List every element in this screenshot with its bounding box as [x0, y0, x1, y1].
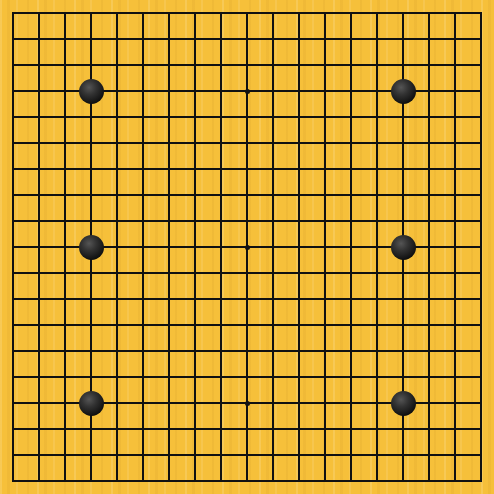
board-point[interactable] [130, 364, 156, 390]
board-point[interactable] [130, 208, 156, 234]
board-point[interactable] [260, 312, 286, 338]
board-point[interactable] [234, 52, 260, 78]
board-point[interactable] [104, 416, 130, 442]
board-point[interactable] [312, 182, 338, 208]
board-point[interactable] [156, 364, 182, 390]
board-point[interactable] [312, 364, 338, 390]
board-point[interactable] [390, 416, 416, 442]
board-point[interactable] [390, 156, 416, 182]
board-point[interactable] [156, 312, 182, 338]
board-point[interactable] [416, 442, 442, 468]
board-point[interactable] [208, 364, 234, 390]
board-point[interactable] [286, 130, 312, 156]
board-point[interactable] [234, 208, 260, 234]
board-point[interactable] [52, 468, 78, 494]
board-point[interactable] [286, 364, 312, 390]
board-point[interactable] [182, 338, 208, 364]
board-point[interactable] [52, 338, 78, 364]
board-point[interactable] [260, 0, 286, 26]
board-point[interactable] [260, 468, 286, 494]
board-point[interactable] [182, 0, 208, 26]
board-point[interactable] [52, 208, 78, 234]
board-point[interactable] [156, 442, 182, 468]
board-point[interactable] [416, 312, 442, 338]
board-point[interactable] [338, 104, 364, 130]
board-point[interactable] [78, 286, 104, 312]
board-point[interactable] [182, 208, 208, 234]
board-point[interactable] [364, 312, 390, 338]
board-point[interactable] [364, 390, 390, 416]
board-point[interactable] [182, 416, 208, 442]
board-point[interactable] [468, 52, 494, 78]
board-point[interactable] [260, 26, 286, 52]
board-point[interactable] [442, 286, 468, 312]
board-point[interactable] [26, 442, 52, 468]
board-point[interactable] [234, 78, 260, 104]
board-point[interactable] [260, 442, 286, 468]
board-point[interactable] [260, 104, 286, 130]
board-point[interactable] [208, 390, 234, 416]
board-point[interactable] [104, 312, 130, 338]
board-point[interactable] [130, 286, 156, 312]
board-point[interactable] [208, 338, 234, 364]
board-point[interactable] [208, 442, 234, 468]
board-point[interactable] [208, 156, 234, 182]
board-point[interactable] [364, 442, 390, 468]
board-point[interactable] [286, 208, 312, 234]
board-point[interactable] [364, 130, 390, 156]
board-point[interactable] [182, 234, 208, 260]
board-point[interactable] [260, 78, 286, 104]
board-point[interactable] [156, 338, 182, 364]
board-point[interactable] [390, 182, 416, 208]
board-point[interactable] [442, 442, 468, 468]
board-point[interactable] [468, 104, 494, 130]
board-point[interactable] [104, 156, 130, 182]
board-point[interactable] [52, 390, 78, 416]
board-point[interactable] [390, 390, 416, 416]
board-point[interactable] [234, 286, 260, 312]
board-point[interactable] [26, 52, 52, 78]
board-point[interactable] [260, 182, 286, 208]
board-point[interactable] [286, 338, 312, 364]
board-point[interactable] [468, 26, 494, 52]
board-point[interactable] [156, 156, 182, 182]
board-point[interactable] [442, 0, 468, 26]
board-point[interactable] [312, 104, 338, 130]
board-point[interactable] [78, 52, 104, 78]
board-point[interactable] [52, 52, 78, 78]
board-point[interactable] [390, 442, 416, 468]
board-point[interactable] [208, 234, 234, 260]
board-point[interactable] [78, 338, 104, 364]
board-point[interactable] [78, 234, 104, 260]
board-point[interactable] [0, 364, 26, 390]
board-point[interactable] [52, 260, 78, 286]
board-point[interactable] [26, 156, 52, 182]
board-point[interactable] [182, 78, 208, 104]
board-point[interactable] [234, 312, 260, 338]
board-point[interactable] [390, 26, 416, 52]
board-point[interactable] [416, 52, 442, 78]
board-point[interactable] [312, 390, 338, 416]
board-point[interactable] [416, 364, 442, 390]
board-point[interactable] [442, 468, 468, 494]
board-point[interactable] [78, 78, 104, 104]
board-point[interactable] [286, 390, 312, 416]
board-point[interactable] [364, 156, 390, 182]
board-point[interactable] [0, 130, 26, 156]
board-point[interactable] [104, 234, 130, 260]
board-point[interactable] [442, 130, 468, 156]
board-point[interactable] [0, 468, 26, 494]
board-point[interactable] [286, 156, 312, 182]
board-point[interactable] [234, 130, 260, 156]
board-point[interactable] [390, 208, 416, 234]
board-point[interactable] [286, 260, 312, 286]
board-point[interactable] [442, 338, 468, 364]
board-point[interactable] [338, 130, 364, 156]
board-point[interactable] [234, 416, 260, 442]
board-point[interactable] [312, 156, 338, 182]
board-point[interactable] [52, 182, 78, 208]
board-point[interactable] [338, 182, 364, 208]
board-point[interactable] [338, 286, 364, 312]
board-point[interactable] [312, 26, 338, 52]
board-point[interactable] [338, 468, 364, 494]
board-point[interactable] [468, 416, 494, 442]
board-point[interactable] [182, 130, 208, 156]
board-point[interactable] [338, 442, 364, 468]
board-point[interactable] [286, 78, 312, 104]
board-point[interactable] [104, 78, 130, 104]
board-point[interactable] [104, 52, 130, 78]
board-point[interactable] [26, 390, 52, 416]
board-point[interactable] [78, 260, 104, 286]
board-point[interactable] [364, 26, 390, 52]
board-point[interactable] [442, 104, 468, 130]
board-point[interactable] [156, 52, 182, 78]
board-point[interactable] [390, 130, 416, 156]
board-point[interactable] [182, 52, 208, 78]
board-point[interactable] [260, 156, 286, 182]
board-point[interactable] [390, 234, 416, 260]
board-point[interactable] [156, 26, 182, 52]
board-point[interactable] [208, 104, 234, 130]
board-point[interactable] [130, 312, 156, 338]
board-point[interactable] [130, 104, 156, 130]
board-point[interactable] [78, 0, 104, 26]
board-point[interactable] [286, 26, 312, 52]
board-point[interactable] [364, 182, 390, 208]
board-point[interactable] [234, 260, 260, 286]
board-point[interactable] [104, 364, 130, 390]
board-point[interactable] [156, 208, 182, 234]
board-point[interactable] [182, 182, 208, 208]
board-point[interactable] [130, 182, 156, 208]
board-point[interactable] [286, 182, 312, 208]
board-point[interactable] [78, 442, 104, 468]
board-point[interactable] [286, 416, 312, 442]
board-point[interactable] [312, 286, 338, 312]
board-point[interactable] [468, 468, 494, 494]
board-point[interactable] [26, 182, 52, 208]
board-point[interactable] [416, 416, 442, 442]
board-point[interactable] [26, 78, 52, 104]
board-point[interactable] [442, 364, 468, 390]
board-point[interactable] [0, 416, 26, 442]
board-point[interactable] [364, 208, 390, 234]
board-point[interactable] [78, 416, 104, 442]
board-point[interactable] [390, 0, 416, 26]
board-point[interactable] [260, 234, 286, 260]
board-point[interactable] [78, 364, 104, 390]
board-point[interactable] [0, 260, 26, 286]
board-point[interactable] [52, 364, 78, 390]
board-point[interactable] [104, 104, 130, 130]
board-point[interactable] [260, 52, 286, 78]
board-point[interactable] [156, 130, 182, 156]
board-point[interactable] [442, 182, 468, 208]
board-point[interactable] [130, 468, 156, 494]
board-point[interactable] [468, 156, 494, 182]
board-point[interactable] [364, 338, 390, 364]
board-point[interactable] [78, 468, 104, 494]
board-point[interactable] [104, 260, 130, 286]
board-point[interactable] [338, 390, 364, 416]
board-point[interactable] [260, 364, 286, 390]
board-point[interactable] [416, 130, 442, 156]
board-point[interactable] [468, 442, 494, 468]
board-point[interactable] [286, 104, 312, 130]
board-point[interactable] [156, 286, 182, 312]
board-point[interactable] [234, 364, 260, 390]
board-point[interactable] [338, 416, 364, 442]
board-point[interactable] [52, 104, 78, 130]
board-point[interactable] [52, 312, 78, 338]
board-point[interactable] [442, 52, 468, 78]
board-point[interactable] [416, 234, 442, 260]
board-point[interactable] [26, 468, 52, 494]
board-point[interactable] [26, 0, 52, 26]
board-point[interactable] [234, 182, 260, 208]
board-point[interactable] [312, 52, 338, 78]
board-point[interactable] [468, 182, 494, 208]
board-point[interactable] [234, 0, 260, 26]
board-point[interactable] [260, 390, 286, 416]
board-point[interactable] [312, 468, 338, 494]
board-point[interactable] [286, 0, 312, 26]
board-point[interactable] [416, 390, 442, 416]
board-point[interactable] [390, 104, 416, 130]
board-point[interactable] [260, 416, 286, 442]
board-point[interactable] [234, 234, 260, 260]
board-point[interactable] [26, 416, 52, 442]
board-point[interactable] [312, 234, 338, 260]
board-point[interactable] [182, 260, 208, 286]
board-point[interactable] [208, 468, 234, 494]
board-point[interactable] [234, 104, 260, 130]
board-point[interactable] [364, 78, 390, 104]
board-point[interactable] [416, 26, 442, 52]
board-point[interactable] [208, 208, 234, 234]
board-point[interactable] [208, 260, 234, 286]
board-point[interactable] [416, 182, 442, 208]
board-point[interactable] [156, 0, 182, 26]
board-point[interactable] [0, 52, 26, 78]
board-point[interactable] [416, 0, 442, 26]
board-point[interactable] [0, 234, 26, 260]
board-point[interactable] [338, 0, 364, 26]
board-point[interactable] [104, 286, 130, 312]
board-point[interactable] [104, 442, 130, 468]
board-point[interactable] [468, 338, 494, 364]
board-point[interactable] [260, 286, 286, 312]
board-point[interactable] [52, 0, 78, 26]
board-point[interactable] [364, 260, 390, 286]
board-point[interactable] [442, 312, 468, 338]
board-point[interactable] [52, 78, 78, 104]
board-point[interactable] [468, 234, 494, 260]
board-point[interactable] [26, 312, 52, 338]
board-point[interactable] [208, 78, 234, 104]
board-point[interactable] [286, 234, 312, 260]
board-point[interactable] [78, 390, 104, 416]
board-point[interactable] [182, 468, 208, 494]
board-point[interactable] [442, 260, 468, 286]
board-point[interactable] [234, 468, 260, 494]
board-point[interactable] [208, 0, 234, 26]
board-point[interactable] [156, 234, 182, 260]
board-point[interactable] [312, 442, 338, 468]
board-point[interactable] [338, 364, 364, 390]
board-point[interactable] [468, 260, 494, 286]
board-point[interactable] [416, 104, 442, 130]
board-point[interactable] [286, 442, 312, 468]
board-point[interactable] [104, 26, 130, 52]
board-point[interactable] [130, 78, 156, 104]
board-point[interactable] [442, 390, 468, 416]
board-point[interactable] [286, 468, 312, 494]
board-point[interactable] [312, 260, 338, 286]
board-point[interactable] [130, 0, 156, 26]
board-point[interactable] [338, 26, 364, 52]
board-point[interactable] [364, 234, 390, 260]
board-point[interactable] [390, 338, 416, 364]
board-point[interactable] [104, 468, 130, 494]
board-point[interactable] [52, 416, 78, 442]
board-point[interactable] [130, 52, 156, 78]
board-point[interactable] [312, 208, 338, 234]
board-point[interactable] [468, 312, 494, 338]
board-point[interactable] [26, 286, 52, 312]
board-point[interactable] [338, 52, 364, 78]
board-point[interactable] [0, 442, 26, 468]
board-point[interactable] [26, 234, 52, 260]
board-point[interactable] [104, 130, 130, 156]
board-point[interactable] [286, 52, 312, 78]
board-point[interactable] [130, 416, 156, 442]
board-point[interactable] [260, 208, 286, 234]
board-point[interactable] [26, 26, 52, 52]
board-point[interactable] [0, 312, 26, 338]
board-point[interactable] [390, 78, 416, 104]
board-point[interactable] [260, 338, 286, 364]
board-point[interactable] [130, 260, 156, 286]
board-point[interactable] [390, 468, 416, 494]
board-point[interactable] [286, 286, 312, 312]
board-point[interactable] [26, 104, 52, 130]
board-point[interactable] [442, 208, 468, 234]
board-point[interactable] [182, 156, 208, 182]
board-point[interactable] [0, 182, 26, 208]
board-point[interactable] [0, 156, 26, 182]
board-point[interactable] [468, 286, 494, 312]
board-point[interactable] [338, 338, 364, 364]
board-point[interactable] [390, 312, 416, 338]
board-point[interactable] [104, 0, 130, 26]
board-point[interactable] [78, 208, 104, 234]
board-point[interactable] [130, 156, 156, 182]
board-point[interactable] [78, 312, 104, 338]
board-point[interactable] [0, 78, 26, 104]
board-point[interactable] [390, 364, 416, 390]
board-point[interactable] [312, 338, 338, 364]
board-point[interactable] [0, 338, 26, 364]
board-point[interactable] [364, 0, 390, 26]
board-point[interactable] [182, 26, 208, 52]
board-point[interactable] [52, 130, 78, 156]
board-point[interactable] [364, 286, 390, 312]
board-point[interactable] [312, 130, 338, 156]
board-point[interactable] [442, 234, 468, 260]
board-point[interactable] [0, 26, 26, 52]
board-point[interactable] [52, 286, 78, 312]
board-point[interactable] [390, 286, 416, 312]
board-point[interactable] [52, 442, 78, 468]
board-point[interactable] [234, 156, 260, 182]
board-point[interactable] [338, 78, 364, 104]
board-point[interactable] [0, 286, 26, 312]
board-point[interactable] [26, 364, 52, 390]
board-point[interactable] [78, 156, 104, 182]
board-point[interactable] [312, 78, 338, 104]
board-point[interactable] [182, 364, 208, 390]
board-point[interactable] [208, 182, 234, 208]
board-point[interactable] [260, 260, 286, 286]
board-point[interactable] [364, 416, 390, 442]
board-point[interactable] [338, 208, 364, 234]
board-point[interactable] [442, 78, 468, 104]
board-point[interactable] [416, 338, 442, 364]
board-point[interactable] [104, 390, 130, 416]
board-point[interactable] [78, 104, 104, 130]
board-point[interactable] [234, 442, 260, 468]
board-point[interactable] [130, 338, 156, 364]
board-point[interactable] [468, 130, 494, 156]
board-point[interactable] [0, 208, 26, 234]
board-point[interactable] [156, 468, 182, 494]
board-point[interactable] [416, 156, 442, 182]
board-point[interactable] [208, 286, 234, 312]
board-point[interactable] [416, 78, 442, 104]
board-point[interactable] [234, 338, 260, 364]
board-point[interactable] [208, 312, 234, 338]
board-point[interactable] [286, 312, 312, 338]
board-point[interactable] [260, 130, 286, 156]
board-point[interactable] [26, 260, 52, 286]
board-point[interactable] [104, 208, 130, 234]
